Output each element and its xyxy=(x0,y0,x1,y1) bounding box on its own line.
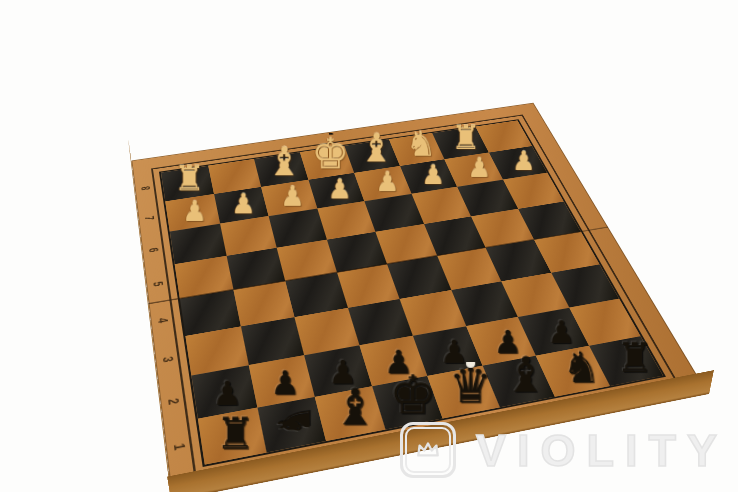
rank-label-8: 8 xyxy=(140,186,152,191)
piece-white-knight: ♞ xyxy=(406,127,437,161)
piece-black-knight-fallen: ♞ xyxy=(273,405,318,438)
square-b1: ♞ xyxy=(257,397,326,453)
violity-logo xyxy=(400,422,456,478)
rank-label-5: 5 xyxy=(152,281,165,288)
piece-white-pawn: ♟ xyxy=(421,162,445,189)
piece-black-bishop: ♝ xyxy=(504,351,548,400)
piece-black-pawn: ♟ xyxy=(271,366,300,399)
watermark: VIOLITY xyxy=(400,422,728,478)
piece-white-pawn: ♟ xyxy=(182,198,207,226)
logo-inner-frame xyxy=(405,427,451,473)
piece-white-bishop: ♝ xyxy=(359,129,394,168)
king-black-pin-finial xyxy=(329,125,334,134)
piece-white-pawn: ♟ xyxy=(231,190,256,218)
square-a7: ♟ xyxy=(165,194,219,232)
rank-label-3: 3 xyxy=(161,356,175,364)
piece-white-pawn: ♟ xyxy=(512,148,536,174)
piece-black-bishop: ♝ xyxy=(332,382,377,432)
piece-white-pawn: ♟ xyxy=(467,155,491,182)
rank-label-6: 6 xyxy=(147,247,160,253)
watermark-text: VIOLITY xyxy=(476,428,728,473)
rank-label-1: 1 xyxy=(172,442,187,451)
square-c1: ♝ xyxy=(315,386,385,441)
piece-black-rook: ♜ xyxy=(215,412,254,456)
piece-white-bishop: ♝ xyxy=(266,142,301,181)
photo-canvas: ♜♝♚♝♞♜♟♟♟♟♟♟♟♟♟♟♟♟♟♟♟♜♞♝♚♛♝♞♜ 87654321 A… xyxy=(0,0,738,492)
piece-black-pawn: ♟ xyxy=(212,377,242,410)
rank-label-7: 7 xyxy=(143,215,155,221)
piece-white-rook: ♜ xyxy=(174,161,205,196)
square-a1: ♜ xyxy=(198,407,266,464)
piece-white-pawn: ♟ xyxy=(280,183,305,210)
piece-white-rook: ♜ xyxy=(451,121,481,154)
piece-black-king: ♚ xyxy=(389,368,437,421)
queen-white-ball-finial xyxy=(466,359,475,368)
rank-label-4: 4 xyxy=(156,317,169,324)
piece-white-pawn: ♟ xyxy=(328,176,352,203)
rank-label-2: 2 xyxy=(166,397,180,405)
piece-white-king: ♚ xyxy=(312,133,350,175)
piece-white-pawn: ♟ xyxy=(375,169,399,196)
piece-black-queen: ♛ xyxy=(449,362,492,410)
piece-black-knight: ♞ xyxy=(562,346,600,389)
scene: ♜♝♚♝♞♜♟♟♟♟♟♟♟♟♟♟♟♟♟♟♟♜♞♝♚♛♝♞♜ 87654321 A… xyxy=(118,0,658,440)
piece-black-rook: ♜ xyxy=(617,337,654,378)
